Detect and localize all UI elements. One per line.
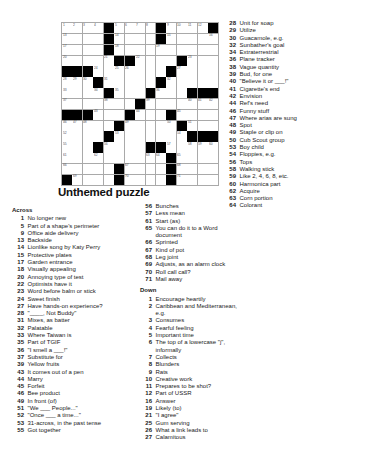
clue-item: 15Protective plates [12,252,140,259]
grid-cell[interactable] [114,110,124,120]
clue-text: Protective plates [28,252,141,259]
grid-cell[interactable]: 41 [198,99,208,109]
clue-text: Forfeit [28,383,141,390]
clue-text: Calamitous [156,434,238,441]
grid-cell[interactable]: 53 [114,131,124,141]
cell-number: 12 [198,23,201,26]
grid-cell[interactable] [146,131,156,141]
grid-cell[interactable]: 45 [177,110,187,120]
grid-cell[interactable] [114,77,124,87]
cell-number: 52 [63,131,66,134]
grid-cell[interactable] [83,164,93,174]
grid-cell[interactable]: 40 [187,99,197,109]
grid-cell[interactable] [198,56,208,66]
grid-cell[interactable] [198,110,208,120]
clue-text: Boy child [240,144,365,151]
grid-cell[interactable] [146,56,156,66]
grid-cell[interactable] [135,45,145,55]
clue-text: Garden entrance [28,259,141,266]
grid-cell[interactable]: 55 [62,142,72,152]
grid-cell[interactable]: 14 [114,34,124,44]
grid-cell[interactable]: 38 [104,99,114,109]
grid-cell[interactable] [83,153,93,163]
grid-cell[interactable] [187,164,197,174]
grid-cell[interactable] [72,153,82,163]
grid-cell[interactable] [208,175,218,185]
clue-item: 35Part of TGIF [12,339,140,346]
black-square [177,56,187,66]
down-header: Down [140,287,237,294]
grid-cell[interactable]: 16 [208,34,218,44]
grid-cell[interactable]: 62 [93,153,103,163]
grid-cell[interactable]: 18 [114,45,124,55]
grid-cell[interactable]: 13 [62,34,72,44]
clue-item: 44Marry [12,376,140,383]
cell-number: 58 [188,142,191,145]
black-square [166,175,176,185]
clue-text: Start (as) [156,218,238,225]
clue-number: 50 [226,137,236,144]
grid-cell[interactable] [187,110,197,120]
grid-cell[interactable] [187,153,197,163]
cell-number: 29 [73,77,76,80]
grid-cell[interactable]: 33 [62,88,72,98]
clue-number: 6 [140,339,152,354]
grid-cell[interactable] [93,175,103,185]
clue-item: 27Have hands-on experience? [12,303,140,310]
grid-cell[interactable]: 1 [62,23,72,33]
black-square [62,175,72,185]
grid-cell[interactable] [166,99,176,109]
grid-cell[interactable] [72,164,82,174]
grid-cell[interactable]: 4 [93,23,103,33]
grid-cell[interactable] [135,175,145,185]
clue-text: Tops [240,159,365,166]
grid-cell[interactable]: 26 [125,66,135,76]
clue-number: 3 [140,317,152,324]
grid-cell[interactable]: 51 [187,121,197,131]
grid-cell[interactable] [198,175,208,185]
cell-number: 57 [167,142,170,145]
clue-text: Bud, for one [240,71,365,78]
grid-cell[interactable]: 68 [177,164,187,174]
grid-cell[interactable] [208,56,218,66]
grid-cell[interactable] [135,131,145,141]
grid-cell[interactable]: 46 [62,121,72,131]
grid-cell[interactable] [166,131,176,141]
grid-cell[interactable] [104,110,114,120]
grid-cell[interactable] [72,34,82,44]
clue-text: No longer new [28,215,141,222]
clue-text: It comes out of a pen [28,369,141,376]
cell-number: 62 [94,153,97,156]
clue-number: 22 [12,281,24,288]
cell-number: 65 [177,153,180,156]
clue-text: "Once ___ a time..." [28,412,141,419]
grid-cell[interactable]: 28 [62,77,72,87]
grid-cell[interactable]: 2 [72,23,82,33]
grid-cell[interactable]: 34 [93,88,103,98]
grid-cell[interactable] [125,99,135,109]
black-square [198,131,208,141]
grid-cell[interactable] [135,34,145,44]
grid-cell[interactable] [93,99,103,109]
grid-cell[interactable] [146,34,156,44]
clue-item: 19Likely (to) [140,405,237,412]
grid-cell[interactable]: 17 [62,45,72,55]
clue-text: Have hands-on experience? [28,303,141,310]
grid-cell[interactable]: 59 [198,142,208,152]
grid-cell[interactable]: 66 [62,164,72,174]
grid-cell[interactable] [104,175,114,185]
grid-cell[interactable] [208,45,218,55]
grid-cell[interactable]: 19 [156,45,166,55]
grid-cell[interactable] [125,131,135,141]
grid-cell[interactable] [177,142,187,152]
grid-cell[interactable]: 29 [72,77,82,87]
clue-item: 31Mixes, as batter [12,317,140,324]
grid-cell[interactable] [93,34,103,44]
grid-cell[interactable] [187,175,197,185]
grid-cell[interactable] [156,110,166,120]
clue-text: Bunches [156,203,238,210]
grid-cell[interactable] [83,88,93,98]
clue-item: 50Cub Scout group [226,137,364,144]
cell-number: 11 [188,23,191,26]
grid-cell[interactable]: 43 [93,110,103,120]
grid-cell[interactable] [104,153,114,163]
clue-number: 43 [12,369,24,376]
grid-cell[interactable]: 67 [125,164,135,174]
grid-cell[interactable] [146,175,156,185]
cell-number: 16 [209,33,212,36]
clue-item: 22Optimists have it [12,281,140,288]
clue-number: 51 [12,405,24,412]
grid-cell[interactable]: 47 [72,121,82,131]
black-square [156,142,166,152]
clue-number: 44 [226,100,236,107]
grid-cell[interactable] [198,45,208,55]
grid-cell[interactable] [208,110,218,120]
cell-number: 22 [136,55,139,58]
grid-cell[interactable] [198,153,208,163]
clue-item: 52"Once ___ a time..." [12,412,140,419]
black-square [166,110,176,120]
grid-cell[interactable] [208,153,218,163]
clue-number: 53 [12,420,24,427]
grid-cell[interactable] [93,56,103,66]
grid-cell[interactable]: 48 [83,121,93,131]
grid-cell[interactable]: 44 [135,110,145,120]
grid-cell[interactable]: 12 [198,23,208,33]
clue-item: 55Got together [12,427,140,434]
grid-cell[interactable] [135,77,145,87]
clue-text: What a link leads to [156,427,238,434]
grid-cell[interactable]: 9 [166,23,176,33]
grid-cell[interactable] [125,34,135,44]
grid-cell[interactable] [177,77,187,87]
grid-cell[interactable]: 63 [146,153,156,163]
grid-cell[interactable] [83,34,93,44]
clue-item: 24Sweet finish [12,296,140,303]
black-square [146,142,156,152]
clue-number: 64 [226,202,236,209]
grid-cell[interactable] [208,77,218,87]
grid-cell[interactable] [156,131,166,141]
grid-cell[interactable] [156,164,166,174]
grid-cell[interactable]: 23 [187,56,197,66]
grid-cell[interactable] [125,153,135,163]
cell-number: 42 [209,98,212,101]
grid-cell[interactable] [166,56,176,66]
grid-cell[interactable]: 7 [135,23,145,33]
black-square [166,66,176,76]
grid-cell[interactable]: 58 [187,142,197,152]
grid-cell[interactable] [83,142,93,152]
clue-text: Annoying type of test [28,274,141,281]
grid-cell[interactable] [156,99,166,109]
grid-cell[interactable] [114,99,124,109]
grid-cell[interactable] [72,99,82,109]
grid-cell[interactable]: 50 [166,121,176,131]
grid-cell[interactable]: 3 [83,23,93,33]
grid-cell[interactable]: 69 [72,175,82,185]
grid-cell[interactable] [125,88,135,98]
grid-cell[interactable] [146,110,156,120]
cell-number: 9 [167,23,169,26]
grid-cell[interactable]: 42 [208,99,218,109]
clue-number: 62 [226,188,236,195]
grid-cell[interactable] [72,131,82,141]
grid-cell[interactable] [135,153,145,163]
clue-item: 70Roll call call? [140,269,237,276]
grid-cell[interactable] [72,56,82,66]
grid-cell[interactable]: 36 [156,88,166,98]
grid-cell[interactable] [93,164,103,174]
grid-cell[interactable] [83,56,93,66]
grid-cell[interactable] [187,45,197,55]
clue-number: 66 [140,239,152,246]
grid-cell[interactable]: 57 [166,142,176,152]
clue-item: 57Less mean [140,210,237,217]
grid-cell[interactable] [146,164,156,174]
grid-cell[interactable]: 11 [187,23,197,33]
clue-item: 10Creative work [140,376,237,383]
grid-cell[interactable]: 71 [177,175,187,185]
grid-cell[interactable] [83,175,93,185]
grid-cell[interactable] [93,121,103,131]
grid-cell[interactable] [104,121,114,131]
grid-cell[interactable] [156,56,166,66]
grid-cell[interactable] [125,77,135,87]
grid-cell[interactable] [177,34,187,44]
grid-cell[interactable] [104,164,114,174]
clue-item: 27Calamitous [140,434,237,441]
grid-cell[interactable] [166,88,176,98]
clue-text: Prepares to be shot? [156,383,238,390]
black-square [62,66,72,76]
grid-cell[interactable] [125,45,135,55]
grid-cell[interactable] [177,88,187,98]
grid-cell[interactable] [187,66,197,76]
grid-cell[interactable]: 61 [62,153,72,163]
clue-item: 5Important time [140,332,237,339]
grid-cell[interactable]: 24 [93,66,103,76]
grid-cell[interactable]: 60 [208,142,218,152]
grid-cell[interactable] [156,121,166,131]
grid-cell[interactable] [114,142,124,152]
clue-item: 40"Believe it or ___!" [226,78,364,85]
clue-text: Visually appealing [28,266,141,273]
clue-text: Part of TGIF [28,339,141,346]
cell-number: 50 [167,120,170,123]
black-square [125,56,135,66]
grid-cell[interactable]: 27 [177,66,187,76]
clue-item: 38Vague quantity [226,64,364,71]
cell-number: 19 [156,44,159,47]
grid-cell[interactable] [114,153,124,163]
clue-text: Part of USSR [156,390,238,397]
cell-number: 68 [177,163,180,166]
clue-item: 41Cigarette's end [226,86,364,93]
clue-item: 49Staple or clip on [226,129,364,136]
cell-number: 64 [156,153,159,156]
grid-cell[interactable]: 20 [62,56,72,66]
grid-cell[interactable] [208,121,218,131]
grid-cell[interactable] [198,66,208,76]
grid-cell[interactable] [93,45,103,55]
grid-cell[interactable]: 15 [166,34,176,44]
clue-item: 64Colorant [226,202,364,209]
grid-cell[interactable]: 21 [104,56,114,66]
cell-number: 21 [104,55,107,58]
clue-number: 61 [140,218,152,225]
cell-number: 17 [63,44,66,47]
grid-cell[interactable] [166,45,176,55]
grid-cell[interactable]: 65 [177,153,187,163]
cell-number: 36 [156,88,159,91]
grid-cell[interactable] [135,121,145,131]
grid-cell[interactable] [187,77,197,87]
grid-cell[interactable] [156,175,166,185]
grid-cell[interactable] [72,45,82,55]
grid-cell[interactable] [135,66,145,76]
clue-number: 14 [12,244,24,251]
middle-clue-column: 56Bunches57Less mean61Start (as)65You ca… [140,203,237,442]
grid-cell[interactable]: 35 [114,88,124,98]
grid-cell[interactable] [72,88,82,98]
grid-cell[interactable] [208,66,218,76]
grid-cell[interactable] [198,121,208,131]
clue-text: "I agree" [156,412,238,419]
clue-text: Staple or clip on [240,129,365,136]
grid-cell[interactable]: 8 [146,23,156,33]
clue-text: Adjusts, as an alarm clock [156,261,238,268]
black-square [93,142,103,152]
cell-number: 13 [63,33,66,36]
grid-cell[interactable] [187,34,197,44]
clue-number: 57 [140,210,152,217]
grid-cell[interactable]: 32 [166,77,176,87]
clue-text: Encourage heartily [156,296,238,303]
grid-cell[interactable] [146,45,156,55]
grid-cell[interactable]: 10 [177,23,187,33]
grid-cell[interactable] [104,66,114,76]
clue-item: 16Answer [140,398,237,405]
grid-cell[interactable] [135,88,145,98]
cell-number: 23 [188,55,191,58]
clue-number: 71 [140,276,152,283]
grid-cell[interactable] [208,164,218,174]
black-square [208,88,218,98]
clue-number: 9 [12,230,24,237]
grid-cell[interactable] [83,131,93,141]
clue-number: 63 [226,195,236,202]
grid-cell[interactable] [146,77,156,87]
clue-item: 26What a link leads to [140,427,237,434]
clue-text: "I smell a ___!" [28,347,141,354]
cell-number: 41 [198,98,201,101]
across-clue-list: 1No longer new5Part of a shape's perimet… [12,215,140,434]
clue-number: 34 [226,49,236,56]
grid-cell[interactable] [177,45,187,55]
grid-cell[interactable] [146,121,156,131]
cell-number: 7 [136,23,138,26]
grid-cell[interactable] [198,77,208,87]
grid-cell[interactable]: 31 [104,77,114,87]
grid-cell[interactable] [198,164,208,174]
grid-cell[interactable]: 64 [156,153,166,163]
grid-cell[interactable]: 5 [114,23,124,33]
clue-item: 4Fearful feeling [140,325,237,332]
grid-cell[interactable]: 70 [125,175,135,185]
clue-text: Word before balm or stick [28,288,141,295]
grid-cell[interactable] [135,164,145,174]
grid-cell[interactable]: 39 [146,99,156,109]
clue-item: 36Plane tracker [226,56,364,63]
grid-cell[interactable] [177,99,187,109]
grid-cell[interactable] [93,131,103,141]
grid-cell[interactable]: 25 [114,66,124,76]
grid-cell[interactable]: 22 [135,56,145,66]
grid-cell[interactable] [83,99,93,109]
grid-cell[interactable]: 56 [104,142,114,152]
cell-number: 14 [115,33,118,36]
grid-cell[interactable] [146,66,156,76]
grid-cell[interactable] [135,142,145,152]
grid-cell[interactable] [83,45,93,55]
clue-item: 68Leg joint [140,254,237,261]
clue-number: 10 [140,376,152,383]
clue-number: 68 [140,254,152,261]
grid-cell[interactable] [125,142,135,152]
grid-cell[interactable]: 52 [62,131,72,141]
grid-cell[interactable]: 49 [125,121,135,131]
grid-cell[interactable]: 37 [62,99,72,109]
black-square [104,131,114,141]
grid-cell[interactable] [156,66,166,76]
clue-number: 30 [226,35,236,42]
cell-number: 28 [63,77,66,80]
grid-cell[interactable] [72,142,82,152]
grid-cell[interactable]: 6 [125,23,135,33]
clue-number: 44 [12,376,24,383]
cell-number: 26 [125,66,128,69]
grid-cell[interactable] [198,34,208,44]
grid-cell[interactable]: 54 [177,131,187,141]
grid-cell[interactable]: 30 [83,77,93,87]
clue-number: 32 [226,42,236,49]
